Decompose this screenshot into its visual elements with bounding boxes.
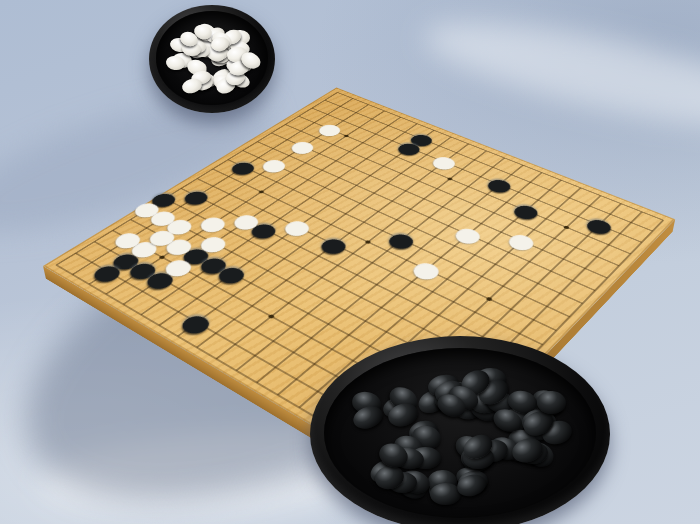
black-stone-in-bowl xyxy=(409,423,442,452)
white-stone-in-bowl xyxy=(210,35,231,53)
black-stone-in-bowl xyxy=(460,442,498,476)
black-stone-in-bowl xyxy=(445,382,482,415)
black-stone-in-bowl xyxy=(373,463,406,491)
black-stone-in-bowl xyxy=(388,471,417,492)
white-stone: ● xyxy=(146,227,180,247)
white-stone: ● xyxy=(131,200,164,219)
white-stone-in-bowl xyxy=(210,46,228,60)
white-stone-in-bowl xyxy=(230,55,253,73)
black-stone: ● xyxy=(197,253,232,274)
white-stone: ● xyxy=(197,214,230,233)
white-stone-in-bowl xyxy=(180,77,203,96)
black-stone-in-bowl xyxy=(540,418,575,448)
black-stone: ● xyxy=(248,220,281,240)
black-stone-in-bowl xyxy=(367,456,403,488)
white-stone-in-bowl xyxy=(225,68,246,86)
white-stone-in-bowl xyxy=(211,73,232,91)
white-stone: ● xyxy=(147,208,180,227)
white-stone-in-bowl xyxy=(193,22,214,41)
black-stone: ● xyxy=(143,268,179,290)
black-stone-in-bowl xyxy=(434,388,466,414)
white-stone-in-bowl xyxy=(229,38,252,57)
white-stone: ● xyxy=(429,154,459,171)
white-stone-in-bowl xyxy=(209,50,231,68)
white-stone-in-bowl xyxy=(213,75,237,97)
white-stone-in-bowl xyxy=(195,41,216,59)
white-stone-in-bowl xyxy=(178,30,200,50)
black-stone-in-bowl xyxy=(392,446,426,472)
white-stone-in-bowl xyxy=(185,40,206,55)
white-stone: ● xyxy=(288,139,318,155)
black-stone-in-bowl xyxy=(351,402,386,432)
black-stone-in-bowl xyxy=(481,385,518,419)
white-stone-in-bowl xyxy=(169,37,191,54)
black-stone-in-bowl xyxy=(454,464,489,493)
black-stone-in-bowl xyxy=(536,390,567,415)
black-stone-in-bowl xyxy=(518,441,548,465)
black-stone-in-bowl xyxy=(431,383,465,412)
white-stone-in-bowl xyxy=(195,70,218,90)
white-stone: ● xyxy=(505,231,538,251)
white-stone-in-bowl xyxy=(194,28,219,51)
black-stone-in-bowl xyxy=(467,393,503,425)
white-stone-in-bowl xyxy=(185,57,209,77)
white-stone: ● xyxy=(162,256,197,277)
black-stone-in-bowl xyxy=(415,386,451,418)
bowl-interior xyxy=(156,11,268,105)
white-stone-in-bowl xyxy=(215,69,236,86)
black-stone-in-bowl xyxy=(477,437,509,464)
black-stone-in-bowl xyxy=(410,447,441,470)
black-stone: ● xyxy=(215,263,250,285)
white-stone-in-bowl xyxy=(221,27,242,46)
black-stone-in-bowl xyxy=(524,404,560,435)
black-stone-in-bowl xyxy=(521,408,554,435)
black-stone-in-bowl xyxy=(522,438,557,471)
white-stone: ● xyxy=(112,229,146,249)
black-stone: ● xyxy=(583,215,615,234)
white-stone-bowl xyxy=(149,5,275,113)
white-stone: ● xyxy=(452,225,485,245)
white-stone-in-bowl xyxy=(201,35,222,54)
black-stone: ● xyxy=(510,201,542,220)
white-stone-in-bowl xyxy=(191,77,210,91)
black-stone-in-bowl xyxy=(434,390,469,421)
white-stone-in-bowl xyxy=(239,49,263,71)
go-set-photo: ●●●●●●●●●●●●●●●●●●●●●●●●●●●●●●●●●●●●●● xyxy=(0,0,700,524)
black-stone: ● xyxy=(385,230,418,250)
black-stone-in-bowl xyxy=(529,386,563,416)
black-stone-in-bowl xyxy=(427,469,457,493)
white-stone: ● xyxy=(316,122,345,137)
black-stone-in-bowl xyxy=(407,418,440,447)
white-stone-in-bowl xyxy=(219,47,241,66)
bowl-interior xyxy=(324,348,596,518)
white-stone-in-bowl xyxy=(229,71,252,91)
white-stone: ● xyxy=(163,235,197,255)
black-stone-in-bowl xyxy=(386,400,421,430)
black-stone-in-bowl xyxy=(430,483,461,505)
black-stone-in-bowl xyxy=(454,471,487,499)
white-stone-in-bowl xyxy=(193,74,215,93)
black-stone-in-bowl xyxy=(457,365,493,399)
black-stone-in-bowl xyxy=(456,468,491,496)
black-stone-in-bowl xyxy=(505,426,539,456)
black-stone: ● xyxy=(407,131,436,147)
black-stone-in-bowl xyxy=(462,447,494,471)
black-stone: ● xyxy=(317,234,351,254)
white-stone: ● xyxy=(409,259,444,281)
white-stone: ● xyxy=(281,217,314,237)
white-stone-in-bowl xyxy=(172,52,193,68)
black-stone-in-bowl xyxy=(395,471,430,502)
black-stone-in-bowl xyxy=(474,368,505,391)
white-stone: ● xyxy=(128,238,163,259)
black-stone-bowl xyxy=(310,336,610,524)
black-stone-in-bowl xyxy=(506,388,540,416)
white-stone-in-bowl xyxy=(214,39,236,59)
black-stone-in-bowl xyxy=(461,445,494,469)
white-stone-in-bowl xyxy=(224,57,246,76)
black-stone-in-bowl xyxy=(426,372,461,399)
white-stone: ● xyxy=(259,157,290,174)
white-stone-in-bowl xyxy=(194,71,216,90)
black-stone-in-bowl xyxy=(376,440,412,472)
white-stone-in-bowl xyxy=(204,44,227,65)
white-stone-in-bowl xyxy=(165,55,186,71)
white-stone-in-bowl xyxy=(181,41,201,57)
white-stone-in-bowl xyxy=(197,26,216,41)
white-stone-in-bowl xyxy=(218,32,241,52)
black-stone-in-bowl xyxy=(443,379,477,406)
black-stone: ● xyxy=(148,190,180,208)
black-stone: ● xyxy=(91,261,127,283)
black-stone-in-bowl xyxy=(392,432,426,460)
white-stone: ● xyxy=(230,211,263,230)
black-stone-in-bowl xyxy=(397,467,432,497)
white-stone-in-bowl xyxy=(210,66,234,87)
black-stone: ● xyxy=(484,176,515,194)
black-stone: ● xyxy=(394,140,424,156)
white-stone-in-bowl xyxy=(190,69,213,86)
black-stone-in-bowl xyxy=(350,390,383,417)
black-stone: ● xyxy=(110,249,145,270)
black-stone: ● xyxy=(126,259,161,281)
black-stone: ● xyxy=(181,187,213,205)
black-stone-in-bowl xyxy=(434,378,469,406)
white-stone: ● xyxy=(197,233,231,253)
black-stone-in-bowl xyxy=(520,407,556,440)
black-stone-in-bowl xyxy=(490,405,525,436)
black-stone-in-bowl xyxy=(469,388,503,416)
cloth-fold xyxy=(417,1,700,148)
white-stone-in-bowl xyxy=(227,46,249,63)
black-stone-in-bowl xyxy=(381,394,416,422)
black-stone: ● xyxy=(178,310,216,334)
black-stone: ● xyxy=(228,159,259,176)
black-stone-in-bowl xyxy=(386,383,422,416)
black-stone-in-bowl xyxy=(460,430,496,463)
black-stone-in-bowl xyxy=(504,437,535,463)
black-stone-in-bowl xyxy=(533,393,563,416)
white-stone-in-bowl xyxy=(210,29,234,50)
black-stone-in-bowl xyxy=(500,408,531,433)
black-stone-in-bowl xyxy=(428,477,459,502)
white-stone-in-bowl xyxy=(230,29,251,45)
black-stone-in-bowl xyxy=(451,432,487,465)
white-stone-in-bowl xyxy=(190,41,211,59)
black-stone: ● xyxy=(180,244,215,265)
white-stone-in-bowl xyxy=(228,60,251,77)
white-stone-in-bowl xyxy=(212,49,230,63)
white-stone-in-bowl xyxy=(204,24,227,44)
black-stone-in-bowl xyxy=(453,394,487,422)
white-stone-in-bowl xyxy=(195,22,216,41)
white-stone-in-bowl xyxy=(183,36,205,55)
black-stone-in-bowl xyxy=(487,433,522,464)
white-stone: ● xyxy=(163,216,197,235)
black-stone-in-bowl xyxy=(509,435,545,466)
black-stone-in-bowl xyxy=(521,415,555,443)
black-stone-in-bowl xyxy=(475,375,513,410)
white-stone-in-bowl xyxy=(185,42,206,60)
